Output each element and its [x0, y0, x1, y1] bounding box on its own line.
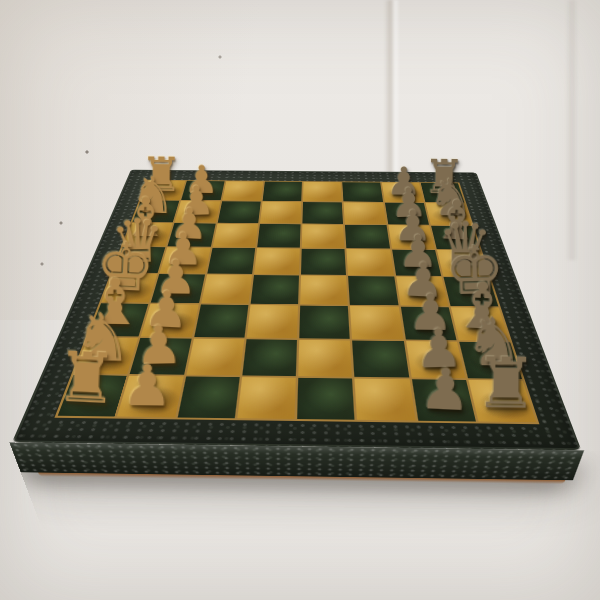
square-r7c2 [177, 376, 239, 418]
square-r2c2 [212, 223, 258, 247]
piece-shadow [442, 256, 489, 275]
black-pawn-piece: ♟ [401, 255, 446, 304]
piece-shadow [94, 311, 147, 334]
piece-shadow [107, 280, 157, 301]
piece-shadow [393, 231, 436, 248]
square-r0c3 [262, 182, 301, 202]
piece-shadow [165, 253, 210, 272]
piece-shadow [430, 208, 472, 224]
piece-shadow [412, 349, 466, 376]
square-r6c7: ♞ [459, 341, 522, 378]
square-r3c7: ♛ [437, 250, 489, 276]
square-r1c2 [217, 201, 260, 222]
square-r2c1: ♟ [168, 223, 216, 247]
piece-shadow [64, 384, 126, 414]
square-r7c3 [237, 377, 296, 419]
square-r0c6: ♟ [381, 183, 423, 203]
square-r5c3 [246, 305, 298, 338]
piece-shadow [185, 185, 224, 199]
square-r4c0: ♚ [101, 274, 157, 303]
square-r2c4 [302, 224, 345, 248]
square-r3c2 [207, 248, 255, 274]
piece-shadow [137, 206, 179, 221]
board-3d-wrapper: ♜♟♟♜♞♟♟♞♝♟♟♝♛♟♟♛♚♟♟♚♝♟♟♝♞♟♟♞♜♟♟♜ [85, 60, 515, 490]
square-r5c7: ♝ [451, 307, 510, 340]
square-r7c7: ♜ [468, 380, 536, 422]
piece-shadow [80, 346, 137, 372]
piece-shadow [418, 389, 476, 420]
piece-shadow [436, 231, 480, 248]
board-front-edge [9, 442, 584, 480]
square-r3c6: ♟ [392, 249, 441, 275]
square-r4c1: ♟ [151, 274, 205, 303]
square-r3c0: ♛ [113, 247, 166, 273]
square-r4c3 [250, 275, 299, 304]
square-r3c1: ♟ [160, 247, 210, 273]
square-r3c3 [254, 248, 300, 274]
piece-shadow [146, 312, 197, 335]
square-r4c4 [300, 276, 348, 305]
square-r5c5 [350, 306, 403, 339]
piece-shadow [136, 346, 191, 372]
piece-shadow [401, 283, 449, 304]
square-r2c0: ♝ [123, 223, 173, 247]
piece-shadow [457, 315, 510, 339]
square-r6c4 [298, 340, 352, 377]
piece-shadow [128, 228, 172, 245]
square-r6c2 [186, 338, 244, 375]
square-r4c7: ♚ [443, 277, 498, 306]
square-r6c5 [352, 340, 408, 377]
square-r0c2 [222, 181, 263, 201]
square-r7c4 [297, 378, 355, 420]
square-r7c5 [355, 378, 415, 420]
chess-board: ♜♟♟♜♞♟♟♞♝♟♟♝♛♟♟♛♚♟♟♚♝♟♟♝♞♟♟♞♜♟♟♜ [12, 170, 582, 451]
square-r6c3 [242, 339, 297, 376]
square-r2c3 [257, 224, 301, 248]
square-r1c5 [344, 202, 386, 224]
square-r5c2 [194, 305, 248, 338]
square-r7c6: ♟ [411, 379, 475, 421]
square-r6c0: ♞ [74, 337, 138, 374]
square-r1c6: ♟ [385, 203, 429, 225]
square-r6c6: ♟ [406, 341, 466, 378]
piece-shadow [389, 208, 429, 224]
piece-shadow [397, 256, 442, 275]
square-r0c7: ♜ [421, 183, 465, 203]
square-r4c2 [201, 275, 252, 304]
square-r5c6: ♟ [400, 307, 456, 340]
square-r6c1: ♟ [130, 338, 191, 375]
square-r0c0: ♜ [141, 181, 185, 201]
square-r1c0: ♞ [133, 201, 180, 222]
piece-shadow [145, 185, 185, 199]
square-r7c0: ♜ [58, 375, 127, 417]
square-r1c7: ♞ [425, 203, 471, 225]
piece-shadow [118, 253, 165, 272]
square-r2c6: ♟ [388, 225, 435, 249]
square-r3c5 [347, 249, 394, 275]
piece-shadow [476, 390, 537, 421]
square-r4c5 [348, 276, 398, 305]
square-r0c4 [303, 182, 342, 202]
piece-shadow [123, 385, 182, 415]
piece-shadow [172, 229, 215, 246]
square-r5c1: ♟ [141, 304, 198, 337]
piece-shadow [425, 188, 465, 202]
square-r2c7: ♝ [431, 225, 480, 249]
piece-shadow [466, 350, 523, 377]
square-r5c4 [299, 306, 350, 339]
square-r0c5 [342, 182, 382, 202]
square-r3c4 [301, 249, 346, 275]
square-r1c4 [302, 202, 343, 224]
square-r1c3 [260, 202, 301, 224]
board-grid: ♜♟♟♜♞♟♟♞♝♟♟♝♛♟♟♛♚♟♟♚♝♟♟♝♞♟♟♞♜♟♟♜ [54, 180, 539, 425]
square-r1c1: ♟ [175, 201, 220, 222]
piece-shadow [449, 284, 499, 305]
square-r4c6: ♟ [396, 277, 448, 306]
square-r5c0: ♝ [89, 304, 149, 337]
square-r7c1: ♟ [117, 376, 183, 418]
piece-shadow [156, 281, 204, 302]
square-r0c1: ♟ [181, 181, 224, 201]
photo-scene: ♜♟♟♜♞♟♟♞♝♟♟♝♛♟♟♛♚♟♟♚♝♟♟♝♞♟♟♞♜♟♟♜ [0, 0, 600, 600]
piece-shadow [179, 206, 220, 221]
piece-shadow [386, 187, 424, 201]
square-r2c5 [345, 225, 389, 249]
piece-shadow [406, 315, 457, 339]
